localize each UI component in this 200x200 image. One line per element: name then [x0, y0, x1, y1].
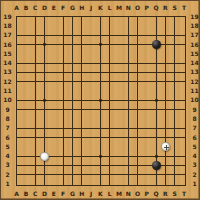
column-label: M [114, 190, 123, 199]
row-label: 5 [3, 142, 12, 151]
star-point [99, 43, 102, 46]
row-label: 14 [190, 58, 199, 67]
star-point [99, 99, 102, 102]
row-label: 2 [3, 170, 12, 179]
row-label: 3 [3, 161, 12, 170]
star-point [99, 155, 102, 158]
row-label: 17 [3, 31, 12, 40]
column-label: R [161, 190, 170, 199]
row-label: 13 [3, 68, 12, 77]
row-label: 6 [190, 133, 199, 142]
row-label: 18 [3, 21, 12, 30]
right-coordinates: 19181716151413121110987654321 [190, 12, 199, 189]
star-point [155, 155, 158, 158]
column-label: P [142, 190, 151, 199]
column-label: L [105, 190, 114, 199]
row-label: 12 [3, 77, 12, 86]
row-label: 12 [190, 77, 199, 86]
column-label: D [40, 190, 49, 199]
star-point [43, 43, 46, 46]
row-label: 9 [3, 105, 12, 114]
row-label: 17 [190, 31, 199, 40]
column-label: K [96, 190, 105, 199]
row-label: 5 [190, 142, 199, 151]
row-label: 10 [190, 96, 199, 105]
column-label: C [31, 190, 40, 199]
goban-screenshot: ABCDEFGHJKLMNOPQRST ABCDEFGHJKLMNOPQRST … [0, 0, 200, 200]
row-label: 8 [3, 114, 12, 123]
star-point [43, 99, 46, 102]
column-label: T [179, 190, 188, 199]
column-label: O [133, 190, 142, 199]
row-label: 11 [190, 86, 199, 95]
black-stone [152, 161, 161, 170]
row-label: 19 [190, 12, 199, 21]
row-label: 7 [190, 124, 199, 133]
black-stone [152, 40, 161, 49]
left-coordinates: 19181716151413121110987654321 [3, 12, 12, 189]
column-label: S [170, 190, 179, 199]
row-label: 1 [3, 179, 12, 188]
row-label: 3 [190, 161, 199, 170]
row-label: 15 [3, 49, 12, 58]
go-board[interactable] [12, 12, 189, 189]
row-label: 13 [190, 68, 199, 77]
column-label: E [49, 190, 58, 199]
row-label: 2 [190, 170, 199, 179]
column-label: F [58, 190, 67, 199]
row-label: 15 [190, 49, 199, 58]
star-point [155, 99, 158, 102]
row-label: 1 [190, 179, 199, 188]
column-label: G [68, 190, 77, 199]
row-label: 18 [190, 21, 199, 30]
white-stone [40, 152, 49, 161]
row-label: 10 [3, 96, 12, 105]
row-label: 4 [3, 151, 12, 160]
row-label: 19 [3, 12, 12, 21]
row-label: 7 [3, 124, 12, 133]
row-label: 16 [190, 40, 199, 49]
white-stone [161, 142, 170, 151]
row-label: 6 [3, 133, 12, 142]
bottom-coordinates: ABCDEFGHJKLMNOPQRST [12, 190, 189, 199]
column-label: A [12, 190, 21, 199]
row-label: 4 [190, 151, 199, 160]
last-move-marker [166, 145, 167, 150]
column-label: H [77, 190, 86, 199]
column-label: Q [151, 190, 160, 199]
column-label: J [86, 190, 95, 199]
row-label: 11 [3, 86, 12, 95]
row-label: 16 [3, 40, 12, 49]
row-label: 14 [3, 58, 12, 67]
row-label: 9 [190, 105, 199, 114]
row-label: 8 [190, 114, 199, 123]
column-label: N [124, 190, 133, 199]
column-label: B [21, 190, 30, 199]
